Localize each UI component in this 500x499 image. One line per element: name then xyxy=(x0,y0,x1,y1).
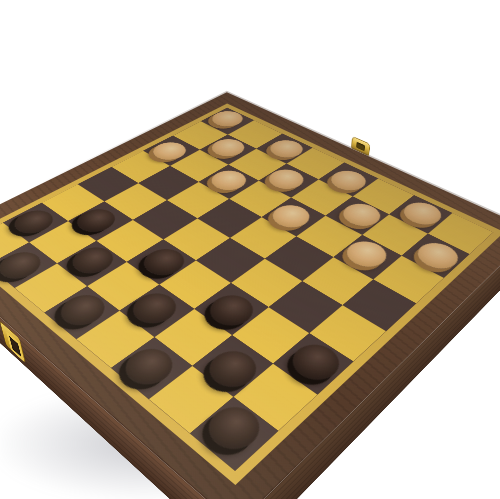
catch-notch xyxy=(356,141,365,151)
scene xyxy=(0,0,500,499)
